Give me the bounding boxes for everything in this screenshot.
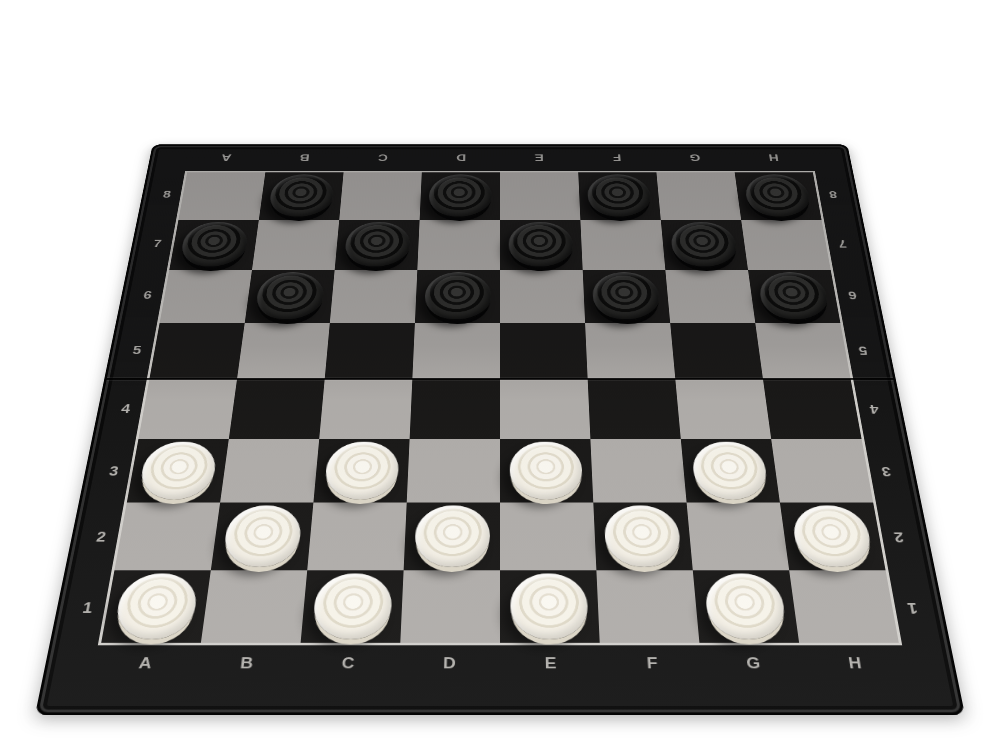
square-c4[interactable] (319, 379, 412, 439)
file-label-bottom-g: G (746, 655, 761, 670)
square-g4[interactable] (675, 379, 771, 439)
piece-white-c1[interactable] (312, 574, 393, 639)
square-a2[interactable] (114, 503, 220, 571)
square-g6[interactable] (665, 270, 755, 323)
rank-label-left-6: 6 (142, 290, 152, 301)
square-h8[interactable] (735, 172, 822, 219)
checkers-board: ABCDEFGH 87654321 87654321 ABCDEFGH (35, 144, 965, 715)
square-e7[interactable] (500, 220, 583, 270)
square-d4[interactable] (410, 379, 500, 439)
board-frame: ABCDEFGH 87654321 87654321 ABCDEFGH (35, 144, 965, 715)
file-label-top-cell: G (655, 144, 736, 170)
piece-black-f6[interactable] (592, 272, 661, 320)
square-c8[interactable] (339, 172, 422, 219)
square-c6[interactable] (330, 270, 418, 323)
piece-black-e7[interactable] (509, 222, 574, 267)
file-label-top-b: B (299, 153, 310, 162)
file-label-top-cell: F (577, 144, 657, 170)
file-label-bottom-b: B (239, 655, 253, 670)
square-b7[interactable] (252, 220, 339, 270)
file-label-top-g: G (689, 153, 701, 162)
square-e1[interactable] (500, 570, 600, 642)
square-h1[interactable] (789, 570, 899, 642)
square-h3[interactable] (771, 439, 873, 503)
square-f8[interactable] (578, 172, 661, 219)
rank-label-right-cell: 8 (815, 171, 863, 219)
rank-label-left-3: 3 (108, 465, 119, 478)
square-b8[interactable] (259, 172, 344, 219)
file-label-top-cell: H (732, 144, 814, 170)
square-g1[interactable] (693, 570, 799, 642)
square-a4[interactable] (138, 379, 237, 439)
square-d3[interactable] (407, 439, 500, 503)
square-f7[interactable] (580, 220, 665, 270)
piece-black-d6[interactable] (424, 272, 491, 320)
rank-label-left-7: 7 (153, 238, 163, 248)
square-a6[interactable] (160, 270, 252, 323)
file-label-bottom-cell: B (189, 645, 299, 715)
file-label-bottom-cell: H (802, 645, 915, 715)
square-c3[interactable] (313, 439, 409, 503)
piece-white-e3[interactable] (510, 442, 583, 499)
square-c2[interactable] (307, 503, 406, 571)
piece-black-f8[interactable] (587, 175, 652, 218)
rank-label-right-2: 2 (893, 530, 905, 544)
square-g7[interactable] (661, 220, 748, 270)
square-b6[interactable] (245, 270, 335, 323)
square-e5[interactable] (500, 323, 588, 379)
rank-label-right-cell: 5 (843, 322, 896, 379)
file-label-bottom-cell: A (85, 645, 198, 715)
rank-label-left-1: 1 (81, 601, 93, 616)
file-labels-top: ABCDEFGH (185, 144, 815, 170)
file-label-top-cell: B (264, 144, 345, 170)
rank-label-right-cell: 6 (833, 269, 884, 322)
square-g5[interactable] (670, 323, 763, 379)
playfield-grid (98, 171, 902, 645)
piece-black-d8[interactable] (429, 175, 492, 218)
square-d6[interactable] (415, 270, 500, 323)
square-b5[interactable] (237, 323, 330, 379)
square-h6[interactable] (748, 270, 840, 323)
square-d2[interactable] (404, 503, 500, 571)
file-label-top-cell: C (343, 144, 423, 170)
file-label-bottom-cell: C (293, 645, 400, 715)
piece-white-e1[interactable] (511, 574, 589, 639)
square-e3[interactable] (500, 439, 593, 503)
square-h4[interactable] (763, 379, 862, 439)
file-labels-bottom: ABCDEFGH (85, 645, 915, 715)
rank-label-right-4: 4 (869, 403, 880, 415)
rank-label-right-7: 7 (838, 238, 848, 248)
square-b1[interactable] (201, 570, 307, 642)
file-label-bottom-d: D (443, 655, 456, 670)
file-label-bottom-cell: D (396, 645, 500, 715)
square-b2[interactable] (211, 503, 314, 571)
file-label-bottom-cell: E (500, 645, 604, 715)
square-f1[interactable] (596, 570, 699, 642)
piece-black-b6[interactable] (254, 272, 325, 320)
rank-label-left-5: 5 (132, 345, 143, 356)
rank-label-right-6: 6 (847, 290, 857, 301)
piece-black-c7[interactable] (344, 222, 411, 267)
square-h7[interactable] (741, 220, 831, 270)
square-h2[interactable] (780, 503, 886, 571)
file-label-top-a: A (221, 153, 232, 162)
piece-black-a7[interactable] (179, 222, 250, 267)
square-e4[interactable] (500, 379, 590, 439)
file-label-bottom-h: H (847, 655, 862, 670)
file-label-top-f: F (613, 153, 622, 162)
square-f6[interactable] (583, 270, 671, 323)
square-g2[interactable] (687, 503, 790, 571)
square-c7[interactable] (335, 220, 420, 270)
square-d7[interactable] (417, 220, 500, 270)
file-label-top-cell: A (185, 144, 267, 170)
square-e2[interactable] (500, 503, 596, 571)
file-label-bottom-cell: G (701, 645, 811, 715)
square-b4[interactable] (229, 379, 325, 439)
rank-label-right-3: 3 (880, 465, 891, 478)
rank-label-right-8: 8 (828, 190, 838, 200)
file-label-bottom-c: C (341, 655, 355, 670)
piece-white-g1[interactable] (704, 574, 788, 639)
hinge-seam (107, 378, 894, 380)
rank-label-left-8: 8 (162, 190, 172, 200)
square-h5[interactable] (755, 323, 850, 379)
square-a5[interactable] (149, 323, 244, 379)
file-label-bottom-cell: F (601, 645, 708, 715)
square-b3[interactable] (220, 439, 319, 503)
piece-black-b8[interactable] (268, 175, 335, 218)
file-label-bottom-f: F (646, 655, 658, 670)
square-d5[interactable] (412, 323, 500, 379)
square-g3[interactable] (681, 439, 780, 503)
square-f3[interactable] (590, 439, 686, 503)
square-d8[interactable] (420, 172, 500, 219)
rank-label-left-4: 4 (120, 403, 131, 415)
piece-white-a3[interactable] (138, 442, 219, 499)
piece-white-b2[interactable] (222, 506, 303, 567)
file-label-top-cell: D (421, 144, 500, 170)
piece-white-g3[interactable] (691, 442, 769, 499)
rank-label-right-5: 5 (858, 345, 869, 356)
rank-label-right-1: 1 (906, 601, 918, 616)
square-f5[interactable] (585, 323, 675, 379)
piece-white-c3[interactable] (324, 442, 400, 499)
piece-white-d2[interactable] (414, 506, 489, 567)
file-label-bottom-e: E (545, 655, 557, 670)
photo-stage: ABCDEFGH 87654321 87654321 ABCDEFGH (0, 0, 1000, 750)
piece-white-h2[interactable] (791, 506, 875, 567)
square-a8[interactable] (178, 172, 265, 219)
file-label-top-h: H (768, 153, 779, 162)
piece-black-h8[interactable] (744, 175, 813, 218)
file-label-top-cell: E (500, 144, 579, 170)
file-label-top-c: C (378, 153, 388, 162)
square-f2[interactable] (593, 503, 692, 571)
square-d1[interactable] (400, 570, 500, 642)
file-label-top-d: D (456, 153, 466, 162)
piece-black-h6[interactable] (757, 272, 830, 320)
square-e8[interactable] (500, 172, 580, 219)
square-e6[interactable] (500, 270, 585, 323)
square-c5[interactable] (325, 323, 415, 379)
square-a1[interactable] (101, 570, 211, 642)
file-label-bottom-a: A (138, 655, 153, 670)
square-g8[interactable] (656, 172, 741, 219)
rank-label-left-2: 2 (95, 530, 107, 544)
piece-white-a1[interactable] (113, 574, 200, 639)
square-c1[interactable] (301, 570, 404, 642)
file-label-top-e: E (534, 153, 543, 162)
piece-white-f2[interactable] (604, 506, 682, 567)
piece-black-g7[interactable] (670, 222, 739, 267)
rank-label-right-cell: 7 (824, 219, 873, 269)
square-a7[interactable] (169, 220, 259, 270)
square-a3[interactable] (127, 439, 229, 503)
square-f4[interactable] (588, 379, 681, 439)
